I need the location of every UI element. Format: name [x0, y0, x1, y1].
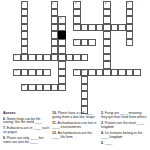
crossword-worksheet: 12345678910111213 Across6. Some fungi ca… — [0, 0, 150, 150]
clue-item-number: 6. — [3, 116, 7, 120]
clue-text-wrap: Across6. Some fungi can be life saving, … — [3, 111, 51, 144]
clue-item: 12. Archaebacteria are the ____ life for… — [52, 131, 100, 138]
clue-item-number: 3. — [101, 121, 105, 125]
grid-cell[interactable] — [88, 69, 96, 77]
grid-cell[interactable] — [58, 46, 66, 54]
grid-cell[interactable] — [51, 54, 59, 62]
grid-cell[interactable] — [126, 31, 134, 39]
grid-cell[interactable] — [103, 61, 111, 69]
grid-cell[interactable]: 13 — [21, 84, 29, 92]
clue-item-number: 11. — [52, 121, 57, 125]
grid-cell[interactable] — [21, 46, 29, 54]
grid-cell[interactable] — [103, 9, 111, 17]
grid-cell[interactable] — [103, 54, 111, 62]
clue-text-wrap: 10. Plants have a cell ____ giving them … — [52, 111, 100, 138]
grid-cell[interactable] — [81, 54, 89, 62]
grid-cell[interactable]: 9 — [13, 54, 21, 62]
clue-number: 12 — [82, 69, 85, 72]
clue-number: 6 — [60, 17, 62, 20]
grid-cell[interactable] — [51, 9, 59, 17]
grid-cell[interactable]: 2 — [51, 1, 59, 9]
grid-cell[interactable] — [73, 9, 81, 17]
grid-cell[interactable] — [43, 54, 51, 62]
grid-cell[interactable] — [88, 39, 96, 47]
grid-cell[interactable] — [73, 16, 81, 24]
grid-cell[interactable] — [21, 54, 29, 62]
clue-item-number: 5. — [101, 141, 105, 145]
clue-number: 13 — [22, 84, 25, 87]
grid-cell[interactable] — [51, 46, 59, 54]
grid-cell[interactable] — [58, 76, 66, 84]
grid-cell[interactable]: 11 — [73, 69, 81, 77]
grid-cell[interactable]: 8 — [73, 39, 81, 47]
grid-cell[interactable] — [133, 69, 141, 77]
grid-cell[interactable]: 10 — [13, 69, 21, 77]
grid-cell[interactable] — [51, 16, 59, 24]
grid-cell[interactable] — [43, 84, 51, 92]
grid-cell[interactable] — [81, 99, 89, 107]
grid-cell[interactable]: 3 — [73, 1, 81, 9]
clues-across-header: Across — [3, 111, 51, 115]
grid-cell[interactable] — [81, 76, 89, 84]
grid-cell[interactable] — [28, 84, 36, 92]
grid-cell[interactable] — [21, 9, 29, 17]
grid-cell[interactable]: 4 — [103, 1, 111, 9]
grid-cell[interactable] — [43, 69, 51, 77]
grid-cell[interactable] — [73, 54, 81, 62]
grid-cell[interactable] — [126, 69, 134, 77]
grid-cell[interactable] — [81, 91, 89, 99]
clue-item: 9. Plants are only ____ but some are als… — [3, 136, 51, 143]
clue-number: 8 — [75, 39, 77, 42]
grid-cell[interactable] — [36, 54, 44, 62]
grid-cell[interactable] — [21, 24, 29, 32]
grid-cell[interactable] — [21, 39, 29, 47]
clue-item: 3. Protists are the most ____ kingdom — [101, 121, 149, 128]
grid-cell[interactable] — [126, 9, 134, 17]
grid-cell[interactable] — [118, 24, 126, 32]
grid-cell[interactable] — [51, 31, 59, 39]
grid-cell[interactable] — [103, 39, 111, 47]
clue-number: 4 — [105, 2, 107, 5]
clue-column-right: 2. Fungi are ____ meaning they get their… — [101, 111, 149, 150]
clue-number: 5 — [127, 2, 129, 5]
clue-number: 1 — [22, 2, 24, 5]
clue-item: 2. Fungi are ____ meaning they get their… — [101, 111, 149, 118]
clue-number: 9 — [15, 54, 17, 57]
clue-item: 11. Archaebacteria can live in ____ envi… — [52, 121, 100, 128]
grid-cell[interactable] — [51, 39, 59, 47]
grid-cell[interactable] — [36, 84, 44, 92]
clue-item-number: 10. — [52, 111, 58, 115]
clue-item-number: 12. — [52, 131, 58, 135]
grid-cell[interactable] — [51, 84, 59, 92]
grid-cell[interactable] — [96, 24, 104, 32]
grid-cell[interactable] — [21, 69, 29, 77]
grid-cell[interactable] — [103, 46, 111, 54]
grid-cell[interactable] — [21, 16, 29, 24]
clue-number: 2 — [52, 2, 54, 5]
grid-cell[interactable]: 12 — [81, 69, 89, 77]
clue-item-number: 7. — [3, 126, 7, 130]
clue-item-number: 4. — [101, 131, 105, 135]
clue-item-number: 2. — [101, 111, 105, 115]
clue-item: 7. Eubacteria are in ____ such as yogurt — [3, 126, 51, 133]
clue-item: 4. Us humans belong in the ____ kingdom — [101, 131, 149, 138]
grid-cell[interactable] — [126, 16, 134, 24]
clue-number: 7 — [75, 24, 77, 27]
grid-cell[interactable] — [66, 54, 74, 62]
clue-column-left: Across6. Some fungi can be life saving, … — [3, 111, 51, 150]
clue-column-middle: 10. Plants have a cell ____ giving them … — [52, 111, 100, 150]
grid-cell[interactable]: 1 — [21, 1, 29, 9]
grid-cell[interactable] — [21, 31, 29, 39]
grid-cell[interactable] — [111, 69, 119, 77]
grid-cell[interactable] — [96, 69, 104, 77]
grid-cell[interactable] — [28, 69, 36, 77]
black-cell — [58, 31, 66, 39]
grid-cell[interactable] — [103, 31, 111, 39]
clue-number: 3 — [75, 2, 77, 5]
grid-cell[interactable] — [111, 24, 119, 32]
clue-item: 6. Some fungi can be life saving, like t… — [3, 116, 51, 123]
grid-cell[interactable] — [28, 54, 36, 62]
grid-cell[interactable] — [81, 39, 89, 47]
grid-cell[interactable] — [58, 69, 66, 77]
crossword-grid: 12345678910111213 — [0, 0, 150, 120]
grid-cell[interactable] — [88, 24, 96, 32]
grid-cell[interactable] — [126, 24, 134, 32]
clue-item: 10. Plants have a cell ____ giving them … — [52, 111, 100, 118]
grid-cell[interactable]: 5 — [126, 1, 134, 9]
clue-item: 5. ____ — [101, 141, 149, 145]
grid-cell[interactable] — [126, 39, 134, 47]
grid-cell[interactable]: 6 — [58, 16, 66, 24]
grid-cell[interactable] — [118, 69, 126, 77]
grid-cell[interactable] — [103, 16, 111, 24]
grid-cell[interactable] — [58, 39, 66, 47]
grid-cell[interactable]: 7 — [73, 24, 81, 32]
grid-cell[interactable] — [58, 54, 66, 62]
grid-cell[interactable] — [103, 69, 111, 77]
grid-cell[interactable] — [58, 24, 66, 32]
grid-cell[interactable] — [103, 24, 111, 32]
clue-item-number: 9. — [3, 136, 7, 140]
clue-number: 10 — [15, 69, 18, 72]
clue-text-wrap: 2. Fungi are ____ meaning they get their… — [101, 111, 149, 144]
grid-cell[interactable] — [58, 84, 66, 92]
grid-cell[interactable] — [81, 84, 89, 92]
grid-cell[interactable] — [81, 24, 89, 32]
grid-cell[interactable] — [58, 61, 66, 69]
clue-number: 11 — [75, 69, 78, 72]
grid-cell[interactable] — [36, 69, 44, 77]
grid-cell[interactable] — [51, 24, 59, 32]
